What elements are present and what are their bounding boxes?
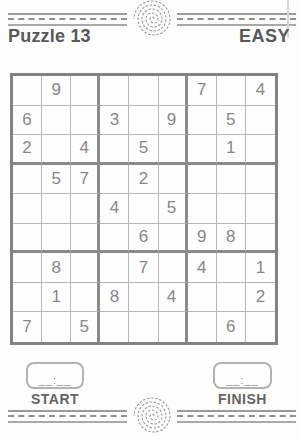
cell-r9c9[interactable]: [246, 312, 275, 342]
cell-r6c9[interactable]: [246, 224, 275, 254]
cell-r9c7[interactable]: [188, 312, 217, 342]
cell-r1c4[interactable]: [100, 76, 129, 106]
cell-r1c8[interactable]: [217, 76, 246, 106]
cell-r3c9[interactable]: [246, 135, 275, 165]
cell-r9c5[interactable]: [129, 312, 158, 342]
cell-r8c2: 1: [42, 283, 71, 313]
cell-r2c7[interactable]: [188, 106, 217, 136]
cell-r5c7[interactable]: [188, 194, 217, 224]
cell-r6c6[interactable]: [159, 224, 188, 254]
cell-r3c3: 4: [71, 135, 100, 165]
cell-r3c2[interactable]: [42, 135, 71, 165]
cell-r3c6[interactable]: [159, 135, 188, 165]
cell-r5c8[interactable]: [217, 194, 246, 224]
cell-r3c1: 2: [13, 135, 42, 165]
cell-r7c6[interactable]: [159, 253, 188, 283]
start-time-placeholder: __:__: [39, 374, 72, 386]
divider-line-right: [177, 13, 296, 26]
cell-r7c2: 8: [42, 253, 71, 283]
cell-r7c7: 4: [188, 253, 217, 283]
cell-r6c3[interactable]: [71, 224, 100, 254]
cell-r2c5[interactable]: [129, 106, 158, 136]
cell-r5c9[interactable]: [246, 194, 275, 224]
cell-r8c9: 2: [246, 283, 275, 313]
cell-r9c8: 6: [217, 312, 246, 342]
finish-time-box[interactable]: __:__: [213, 362, 272, 389]
cell-r9c3: 5: [71, 312, 100, 342]
cell-r8c5[interactable]: [129, 283, 158, 313]
cell-r8c7[interactable]: [188, 283, 217, 313]
cell-r6c4[interactable]: [100, 224, 129, 254]
cell-r7c8[interactable]: [217, 253, 246, 283]
cell-r6c8: 8: [217, 224, 246, 254]
difficulty-badge: EASY: [239, 26, 290, 47]
cell-r1c2: 9: [42, 76, 71, 106]
cell-r2c3[interactable]: [71, 106, 100, 136]
cell-r6c7: 9: [188, 224, 217, 254]
cell-r4c4[interactable]: [100, 165, 129, 195]
finish-time-placeholder: __:__: [226, 374, 259, 386]
cell-r5c6: 5: [159, 194, 188, 224]
spiral-ornament-icon: [130, 394, 174, 438]
cell-r5c1[interactable]: [13, 194, 42, 224]
cell-r1c5[interactable]: [129, 76, 158, 106]
cell-r2c6: 9: [159, 106, 188, 136]
cell-r8c3[interactable]: [71, 283, 100, 313]
cell-r5c5[interactable]: [129, 194, 158, 224]
cell-r6c5: 6: [129, 224, 158, 254]
cell-r3c5: 5: [129, 135, 158, 165]
start-time-box[interactable]: __:__: [26, 362, 84, 389]
cell-r2c4: 3: [100, 106, 129, 136]
divider-line-left: [8, 410, 127, 423]
divider-line-left: [8, 13, 127, 26]
cell-r4c6[interactable]: [159, 165, 188, 195]
cell-r3c8: 1: [217, 135, 246, 165]
cell-r1c6[interactable]: [159, 76, 188, 106]
cell-r7c4[interactable]: [100, 253, 129, 283]
cell-r6c2[interactable]: [42, 224, 71, 254]
cell-r3c7[interactable]: [188, 135, 217, 165]
cell-r4c1[interactable]: [13, 165, 42, 195]
spiral-ornament-icon: [130, 0, 174, 41]
cell-r4c9[interactable]: [246, 165, 275, 195]
cell-r5c2[interactable]: [42, 194, 71, 224]
cell-r1c9: 4: [246, 76, 275, 106]
cell-r6c1[interactable]: [13, 224, 42, 254]
cell-r9c2[interactable]: [42, 312, 71, 342]
cell-r9c6[interactable]: [159, 312, 188, 342]
cell-r2c1: 6: [13, 106, 42, 136]
cell-r9c4[interactable]: [100, 312, 129, 342]
cell-r8c4: 8: [100, 283, 129, 313]
cell-r7c5: 7: [129, 253, 158, 283]
bottom-divider: [8, 394, 296, 438]
cell-r7c9: 1: [246, 253, 275, 283]
cell-r1c7: 7: [188, 76, 217, 106]
cell-r2c8: 5: [217, 106, 246, 136]
cell-r5c3[interactable]: [71, 194, 100, 224]
cell-r8c1[interactable]: [13, 283, 42, 313]
divider-line-right: [177, 410, 296, 423]
cell-r2c2[interactable]: [42, 106, 71, 136]
cell-r2c9[interactable]: [246, 106, 275, 136]
cell-r7c3[interactable]: [71, 253, 100, 283]
sudoku-grid: 974639524515724569887411842756: [10, 73, 278, 345]
cell-r4c2: 5: [42, 165, 71, 195]
cell-r4c5: 2: [129, 165, 158, 195]
cell-r8c6: 4: [159, 283, 188, 313]
cell-r4c3: 7: [71, 165, 100, 195]
cell-r3c4[interactable]: [100, 135, 129, 165]
cell-r1c3[interactable]: [71, 76, 100, 106]
cell-r4c8[interactable]: [217, 165, 246, 195]
cell-r7c1[interactable]: [13, 253, 42, 283]
cell-r4c7[interactable]: [188, 165, 217, 195]
cell-r5c4: 4: [100, 194, 129, 224]
page-title: Puzzle 13: [8, 26, 91, 47]
cell-r1c1[interactable]: [13, 76, 42, 106]
cell-r8c8[interactable]: [217, 283, 246, 313]
cell-r9c1: 7: [13, 312, 42, 342]
